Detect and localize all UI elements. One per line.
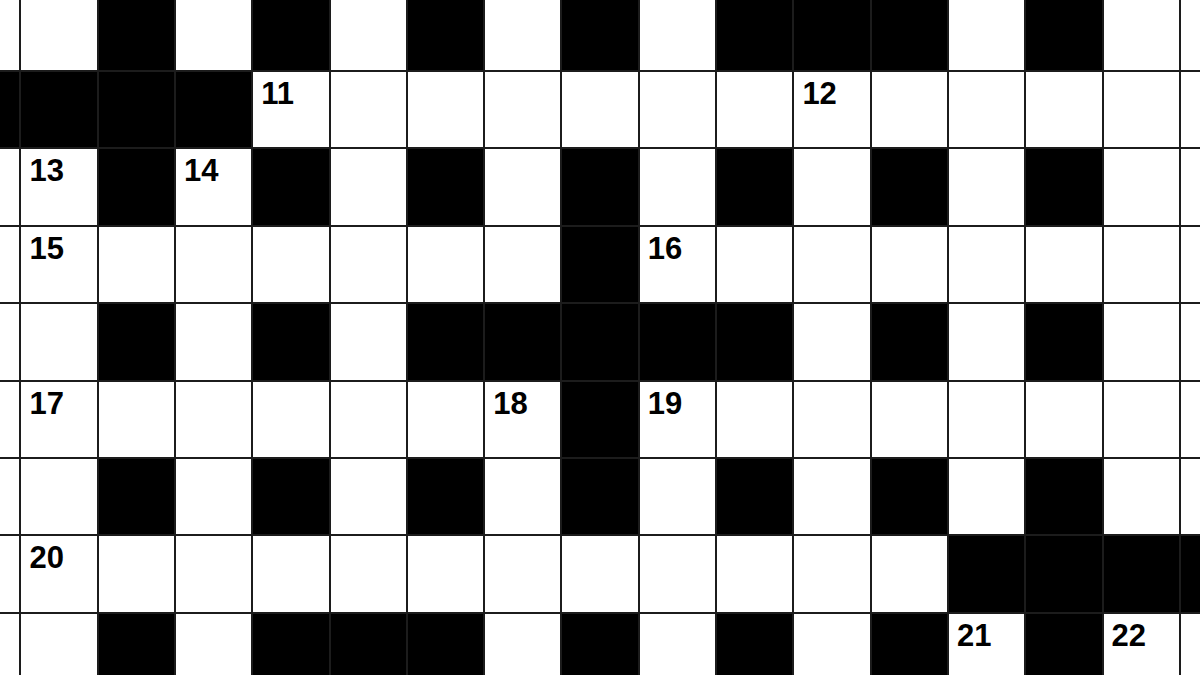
black-cell — [717, 614, 792, 675]
black-cell — [1181, 536, 1200, 611]
black-cell — [253, 614, 328, 675]
black-cell — [640, 304, 715, 379]
white-cell[interactable] — [485, 536, 560, 611]
white-cell[interactable] — [794, 536, 869, 611]
white-cell[interactable] — [1181, 614, 1200, 675]
white-cell[interactable] — [0, 149, 19, 224]
black-cell — [562, 0, 637, 70]
black-cell — [1104, 536, 1179, 611]
white-cell[interactable] — [253, 227, 328, 302]
white-cell[interactable] — [485, 149, 560, 224]
white-cell[interactable] — [640, 72, 715, 147]
white-cell[interactable] — [331, 0, 406, 70]
white-cell[interactable] — [794, 459, 869, 534]
black-cell — [949, 536, 1024, 611]
white-cell[interactable] — [331, 536, 406, 611]
black-cell — [1026, 459, 1101, 534]
white-cell[interactable] — [408, 227, 483, 302]
white-cell[interactable] — [1104, 304, 1179, 379]
black-cell — [717, 304, 792, 379]
white-cell[interactable] — [949, 304, 1024, 379]
white-cell[interactable] — [872, 72, 947, 147]
black-cell — [717, 459, 792, 534]
white-cell[interactable]: 13 — [21, 149, 96, 224]
white-cell[interactable] — [949, 227, 1024, 302]
white-cell[interactable] — [176, 227, 251, 302]
black-cell — [99, 614, 174, 675]
black-cell — [1026, 0, 1101, 70]
black-cell — [485, 304, 560, 379]
white-cell[interactable] — [1104, 72, 1179, 147]
white-cell[interactable] — [794, 304, 869, 379]
white-cell[interactable] — [253, 382, 328, 457]
white-cell[interactable] — [1181, 382, 1200, 457]
black-cell — [872, 0, 947, 70]
white-cell[interactable] — [949, 459, 1024, 534]
white-cell[interactable] — [0, 614, 19, 675]
white-cell[interactable]: 17 — [21, 382, 96, 457]
white-cell[interactable] — [1104, 382, 1179, 457]
black-cell — [562, 304, 637, 379]
white-cell[interactable] — [176, 304, 251, 379]
white-cell[interactable] — [1026, 227, 1101, 302]
white-cell[interactable]: 16 — [640, 227, 715, 302]
white-cell[interactable] — [872, 536, 947, 611]
white-cell[interactable] — [21, 459, 96, 534]
black-cell — [99, 72, 174, 147]
white-cell[interactable] — [1104, 227, 1179, 302]
clue-number: 20 — [21, 536, 96, 573]
white-cell[interactable] — [485, 0, 560, 70]
white-cell[interactable] — [794, 227, 869, 302]
clue-number: 17 — [21, 382, 96, 419]
black-cell — [0, 72, 19, 147]
black-cell — [562, 459, 637, 534]
white-cell[interactable] — [1026, 72, 1101, 147]
black-cell — [717, 149, 792, 224]
clue-number: 21 — [949, 614, 1024, 651]
white-cell[interactable] — [562, 72, 637, 147]
black-cell — [408, 304, 483, 379]
white-cell[interactable] — [1181, 149, 1200, 224]
white-cell[interactable] — [717, 72, 792, 147]
black-cell — [872, 304, 947, 379]
white-cell[interactable] — [408, 536, 483, 611]
white-cell[interactable] — [331, 304, 406, 379]
black-cell — [1026, 149, 1101, 224]
white-cell[interactable] — [640, 0, 715, 70]
black-cell — [99, 149, 174, 224]
white-cell[interactable] — [717, 382, 792, 457]
black-cell — [562, 382, 637, 457]
black-cell — [872, 614, 947, 675]
white-cell[interactable] — [331, 227, 406, 302]
white-cell[interactable] — [1026, 382, 1101, 457]
white-cell[interactable]: 15 — [21, 227, 96, 302]
black-cell — [872, 149, 947, 224]
black-cell — [253, 304, 328, 379]
white-cell[interactable] — [0, 382, 19, 457]
white-cell[interactable] — [872, 382, 947, 457]
white-cell[interactable] — [1181, 72, 1200, 147]
white-cell[interactable] — [562, 536, 637, 611]
white-cell[interactable] — [794, 149, 869, 224]
white-cell[interactable] — [872, 227, 947, 302]
white-cell[interactable] — [640, 459, 715, 534]
white-cell[interactable] — [1104, 459, 1179, 534]
white-cell[interactable] — [1181, 0, 1200, 70]
white-cell[interactable] — [1104, 0, 1179, 70]
white-cell[interactable] — [331, 382, 406, 457]
black-cell — [562, 227, 637, 302]
white-cell[interactable] — [717, 227, 792, 302]
white-cell[interactable]: 12 — [794, 72, 869, 147]
white-cell[interactable] — [949, 0, 1024, 70]
white-cell[interactable] — [0, 536, 19, 611]
clue-number: 16 — [640, 227, 715, 264]
white-cell[interactable] — [485, 227, 560, 302]
white-cell[interactable] — [640, 536, 715, 611]
white-cell[interactable] — [21, 304, 96, 379]
white-cell[interactable] — [21, 614, 96, 675]
white-cell[interactable]: 18 — [485, 382, 560, 457]
black-cell — [1026, 614, 1101, 675]
black-cell — [562, 149, 637, 224]
black-cell — [408, 459, 483, 534]
white-cell[interactable]: 11 — [253, 72, 328, 147]
black-cell — [872, 459, 947, 534]
black-cell — [176, 72, 251, 147]
white-cell[interactable] — [99, 227, 174, 302]
clue-number: 15 — [21, 227, 96, 264]
black-cell — [717, 0, 792, 70]
black-cell — [408, 614, 483, 675]
white-cell[interactable] — [176, 536, 251, 611]
clue-number: 18 — [485, 382, 560, 419]
white-cell[interactable] — [176, 459, 251, 534]
white-cell[interactable] — [99, 382, 174, 457]
white-cell[interactable] — [717, 536, 792, 611]
white-cell[interactable] — [0, 227, 19, 302]
white-cell[interactable] — [485, 459, 560, 534]
clue-number: 19 — [640, 382, 715, 419]
white-cell[interactable] — [408, 72, 483, 147]
clue-number: 22 — [1104, 614, 1179, 651]
black-cell — [1026, 304, 1101, 379]
white-cell[interactable] — [331, 459, 406, 534]
white-cell[interactable] — [949, 149, 1024, 224]
white-cell[interactable] — [949, 382, 1024, 457]
white-cell[interactable]: 22 — [1104, 614, 1179, 675]
white-cell[interactable] — [794, 614, 869, 675]
white-cell[interactable]: 20 — [21, 536, 96, 611]
white-cell[interactable] — [176, 0, 251, 70]
white-cell[interactable] — [99, 536, 174, 611]
white-cell[interactable] — [0, 459, 19, 534]
white-cell[interactable] — [485, 614, 560, 675]
white-cell[interactable]: 14 — [176, 149, 251, 224]
black-cell — [99, 304, 174, 379]
white-cell[interactable] — [640, 614, 715, 675]
black-cell — [99, 459, 174, 534]
white-cell[interactable] — [485, 72, 560, 147]
black-cell — [253, 459, 328, 534]
white-cell[interactable] — [331, 149, 406, 224]
black-cell — [1026, 536, 1101, 611]
white-cell[interactable] — [1181, 459, 1200, 534]
black-cell — [408, 149, 483, 224]
white-cell[interactable]: 21 — [949, 614, 1024, 675]
white-cell[interactable] — [408, 382, 483, 457]
clue-number: 11 — [253, 72, 328, 109]
crossword-board: 111213141516171819202122 — [0, 0, 1200, 675]
white-cell[interactable] — [176, 614, 251, 675]
clue-number: 12 — [794, 72, 869, 109]
white-cell[interactable] — [794, 382, 869, 457]
black-cell — [794, 0, 869, 70]
white-cell[interactable] — [0, 0, 19, 70]
clue-number: 13 — [21, 149, 96, 186]
black-cell — [253, 149, 328, 224]
white-cell[interactable]: 19 — [640, 382, 715, 457]
black-cell — [331, 614, 406, 675]
black-cell — [562, 614, 637, 675]
black-cell — [253, 0, 328, 70]
white-cell[interactable] — [1181, 304, 1200, 379]
white-cell[interactable] — [176, 382, 251, 457]
white-cell[interactable] — [949, 72, 1024, 147]
clue-number: 14 — [176, 149, 251, 186]
white-cell[interactable] — [1181, 227, 1200, 302]
white-cell[interactable] — [253, 536, 328, 611]
black-cell — [21, 72, 96, 147]
white-cell[interactable] — [1104, 149, 1179, 224]
white-cell[interactable] — [21, 0, 96, 70]
black-cell — [99, 0, 174, 70]
black-cell — [408, 0, 483, 70]
white-cell[interactable] — [640, 149, 715, 224]
white-cell[interactable] — [0, 304, 19, 379]
white-cell[interactable] — [331, 72, 406, 147]
